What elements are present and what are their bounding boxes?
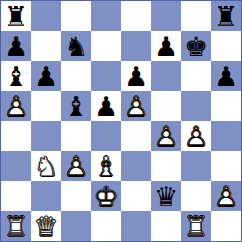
- square-h3[interactable]: [211, 151, 241, 181]
- square-b3[interactable]: ♞♘: [31, 151, 61, 181]
- square-f2[interactable]: ♛: [151, 181, 181, 211]
- black-knight: ♞: [61, 31, 91, 61]
- square-a2[interactable]: [1, 181, 31, 211]
- square-e4[interactable]: [121, 121, 151, 151]
- square-a7[interactable]: ♟: [1, 31, 31, 61]
- square-e5[interactable]: ♟♙: [121, 91, 151, 121]
- square-e6[interactable]: ♟: [121, 61, 151, 91]
- white-rook: ♜♖: [181, 211, 211, 241]
- square-g8[interactable]: [181, 1, 211, 31]
- black-bishop: ♝: [61, 91, 91, 121]
- square-g6[interactable]: [181, 61, 211, 91]
- black-pawn: ♟: [211, 61, 241, 91]
- square-c7[interactable]: ♞: [61, 31, 91, 61]
- square-b7[interactable]: [31, 31, 61, 61]
- black-pawn: ♟: [1, 31, 31, 61]
- white-queen: ♛♕: [31, 211, 61, 241]
- white-rook: ♜♖: [1, 211, 31, 241]
- square-a1[interactable]: ♜♖: [1, 211, 31, 241]
- white-pawn: ♟♙: [181, 121, 211, 151]
- square-g7[interactable]: ♚: [181, 31, 211, 61]
- black-king: ♚: [181, 31, 211, 61]
- square-c3[interactable]: ♟♙: [61, 151, 91, 181]
- square-f7[interactable]: ♟: [151, 31, 181, 61]
- square-h5[interactable]: [211, 91, 241, 121]
- square-b8[interactable]: [31, 1, 61, 31]
- white-knight: ♞♘: [31, 151, 61, 181]
- square-g1[interactable]: ♜♖: [181, 211, 211, 241]
- chess-board: ♜♜♟♞♟♚♝♟♟♟♟♙♝♟♟♙♟♙♟♙♞♘♟♙♝♗♚♔♛♟♙♜♖♛♕♜♖: [0, 0, 242, 242]
- square-g3[interactable]: [181, 151, 211, 181]
- white-pawn: ♟♙: [61, 151, 91, 181]
- white-pawn: ♟♙: [151, 121, 181, 151]
- square-d4[interactable]: [91, 121, 121, 151]
- square-g4[interactable]: ♟♙: [181, 121, 211, 151]
- square-d2[interactable]: ♚♔: [91, 181, 121, 211]
- square-c1[interactable]: [61, 211, 91, 241]
- square-c6[interactable]: [61, 61, 91, 91]
- square-d8[interactable]: [91, 1, 121, 31]
- square-d1[interactable]: [91, 211, 121, 241]
- black-bishop: ♝: [1, 61, 31, 91]
- black-rook: ♜: [211, 1, 241, 31]
- square-a3[interactable]: [1, 151, 31, 181]
- white-pawn: ♟♙: [1, 91, 31, 121]
- white-pawn: ♟♙: [121, 91, 151, 121]
- square-c5[interactable]: ♝: [61, 91, 91, 121]
- square-h1[interactable]: [211, 211, 241, 241]
- square-h8[interactable]: ♜: [211, 1, 241, 31]
- white-pawn: ♟♙: [211, 181, 241, 211]
- square-d3[interactable]: ♝♗: [91, 151, 121, 181]
- black-pawn: ♟: [91, 91, 121, 121]
- black-pawn: ♟: [151, 31, 181, 61]
- black-pawn: ♟: [121, 61, 151, 91]
- square-e1[interactable]: [121, 211, 151, 241]
- square-a4[interactable]: [1, 121, 31, 151]
- square-d6[interactable]: [91, 61, 121, 91]
- square-d7[interactable]: [91, 31, 121, 61]
- square-c8[interactable]: [61, 1, 91, 31]
- square-g2[interactable]: [181, 181, 211, 211]
- square-h2[interactable]: ♟♙: [211, 181, 241, 211]
- square-h7[interactable]: [211, 31, 241, 61]
- square-b2[interactable]: [31, 181, 61, 211]
- square-d5[interactable]: ♟: [91, 91, 121, 121]
- white-bishop: ♝♗: [91, 151, 121, 181]
- square-a8[interactable]: ♜: [1, 1, 31, 31]
- square-c2[interactable]: [61, 181, 91, 211]
- square-a5[interactable]: ♟♙: [1, 91, 31, 121]
- square-b5[interactable]: [31, 91, 61, 121]
- square-g5[interactable]: [181, 91, 211, 121]
- square-h4[interactable]: [211, 121, 241, 151]
- square-h6[interactable]: ♟: [211, 61, 241, 91]
- white-king: ♚♔: [91, 181, 121, 211]
- square-c4[interactable]: [61, 121, 91, 151]
- square-f3[interactable]: [151, 151, 181, 181]
- black-pawn: ♟: [31, 61, 61, 91]
- square-e8[interactable]: [121, 1, 151, 31]
- square-f1[interactable]: [151, 211, 181, 241]
- black-queen: ♛: [151, 181, 181, 211]
- square-e2[interactable]: [121, 181, 151, 211]
- square-b1[interactable]: ♛♕: [31, 211, 61, 241]
- square-e3[interactable]: [121, 151, 151, 181]
- black-rook: ♜: [1, 1, 31, 31]
- square-f4[interactable]: ♟♙: [151, 121, 181, 151]
- square-e7[interactable]: [121, 31, 151, 61]
- square-b6[interactable]: ♟: [31, 61, 61, 91]
- square-f6[interactable]: [151, 61, 181, 91]
- square-f5[interactable]: [151, 91, 181, 121]
- square-f8[interactable]: [151, 1, 181, 31]
- square-b4[interactable]: [31, 121, 61, 151]
- square-a6[interactable]: ♝: [1, 61, 31, 91]
